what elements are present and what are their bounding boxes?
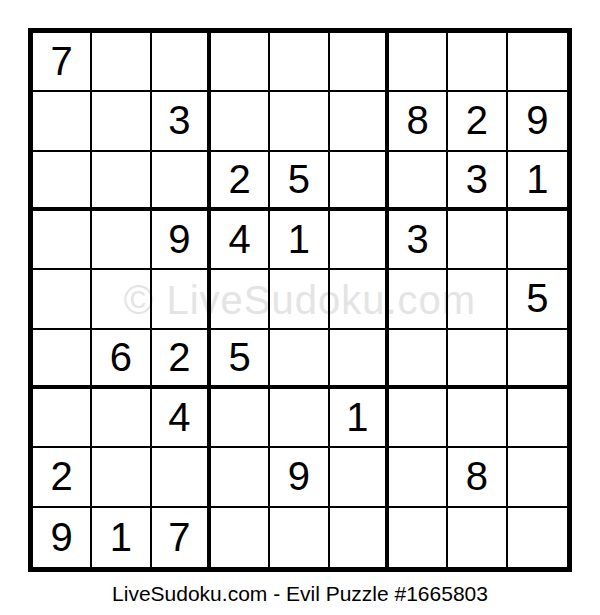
- cell-r8c8[interactable]: 8: [448, 448, 507, 507]
- cell-r5c3[interactable]: [152, 270, 211, 329]
- cell-r9c4[interactable]: [211, 508, 270, 567]
- cell-r6c9[interactable]: [508, 330, 567, 389]
- cell-r3c7[interactable]: [389, 152, 448, 211]
- cell-r7c8[interactable]: [448, 389, 507, 448]
- cell-r6c1[interactable]: [33, 330, 92, 389]
- cell-r5c4[interactable]: [211, 270, 270, 329]
- cell-r1c1[interactable]: 7: [33, 33, 92, 92]
- cell-r7c7[interactable]: [389, 389, 448, 448]
- cell-r1c7[interactable]: [389, 33, 448, 92]
- cell-r5c9[interactable]: 5: [508, 270, 567, 329]
- cell-r4c9[interactable]: [508, 211, 567, 270]
- cell-r8c9[interactable]: [508, 448, 567, 507]
- cell-r8c7[interactable]: [389, 448, 448, 507]
- cell-r3c6[interactable]: [330, 152, 389, 211]
- cell-r2c6[interactable]: [330, 92, 389, 151]
- cell-r5c7[interactable]: [389, 270, 448, 329]
- cell-r1c2[interactable]: [92, 33, 151, 92]
- cell-r9c2[interactable]: 1: [92, 508, 151, 567]
- cell-r6c5[interactable]: [270, 330, 329, 389]
- cell-r7c2[interactable]: [92, 389, 151, 448]
- cell-r2c7[interactable]: 8: [389, 92, 448, 151]
- cell-r3c8[interactable]: 3: [448, 152, 507, 211]
- cell-r8c5[interactable]: 9: [270, 448, 329, 507]
- cell-r7c3[interactable]: 4: [152, 389, 211, 448]
- cell-r6c4[interactable]: 5: [211, 330, 270, 389]
- cell-r3c1[interactable]: [33, 152, 92, 211]
- cell-r4c6[interactable]: [330, 211, 389, 270]
- cell-r5c6[interactable]: [330, 270, 389, 329]
- cell-r8c1[interactable]: 2: [33, 448, 92, 507]
- cell-r7c4[interactable]: [211, 389, 270, 448]
- cell-r7c5[interactable]: [270, 389, 329, 448]
- cell-r6c6[interactable]: [330, 330, 389, 389]
- cell-r1c6[interactable]: [330, 33, 389, 92]
- cell-r2c8[interactable]: 2: [448, 92, 507, 151]
- cell-r1c8[interactable]: [448, 33, 507, 92]
- cell-r9c7[interactable]: [389, 508, 448, 567]
- sudoku-board: © LiveSudoku.com 73829253194135625412989…: [28, 28, 572, 572]
- cell-r5c5[interactable]: [270, 270, 329, 329]
- cell-r2c4[interactable]: [211, 92, 270, 151]
- cell-r7c1[interactable]: [33, 389, 92, 448]
- cell-r9c5[interactable]: [270, 508, 329, 567]
- puzzle-caption: LiveSudoku.com - Evil Puzzle #1665803: [0, 582, 600, 606]
- cell-r5c8[interactable]: [448, 270, 507, 329]
- cell-r1c5[interactable]: [270, 33, 329, 92]
- cell-r8c3[interactable]: [152, 448, 211, 507]
- cell-r1c9[interactable]: [508, 33, 567, 92]
- cell-r2c9[interactable]: 9: [508, 92, 567, 151]
- cell-r4c5[interactable]: 1: [270, 211, 329, 270]
- cell-r4c1[interactable]: [33, 211, 92, 270]
- cell-r6c3[interactable]: 2: [152, 330, 211, 389]
- cell-r3c9[interactable]: 1: [508, 152, 567, 211]
- cell-r8c6[interactable]: [330, 448, 389, 507]
- cell-r2c5[interactable]: [270, 92, 329, 151]
- sudoku-grid: 7382925319413562541298917: [28, 28, 572, 572]
- cell-r6c2[interactable]: 6: [92, 330, 151, 389]
- cell-r3c3[interactable]: [152, 152, 211, 211]
- cell-r3c4[interactable]: 2: [211, 152, 270, 211]
- cell-r1c3[interactable]: [152, 33, 211, 92]
- cell-r4c8[interactable]: [448, 211, 507, 270]
- cell-r7c9[interactable]: [508, 389, 567, 448]
- cell-r9c8[interactable]: [448, 508, 507, 567]
- cell-r5c1[interactable]: [33, 270, 92, 329]
- cell-r8c4[interactable]: [211, 448, 270, 507]
- cell-r1c4[interactable]: [211, 33, 270, 92]
- cell-r4c3[interactable]: 9: [152, 211, 211, 270]
- cell-r9c9[interactable]: [508, 508, 567, 567]
- cell-r2c2[interactable]: [92, 92, 151, 151]
- cell-r3c5[interactable]: 5: [270, 152, 329, 211]
- cell-r4c7[interactable]: 3: [389, 211, 448, 270]
- cell-r9c6[interactable]: [330, 508, 389, 567]
- cell-r3c2[interactable]: [92, 152, 151, 211]
- cell-r2c3[interactable]: 3: [152, 92, 211, 151]
- cell-r9c1[interactable]: 9: [33, 508, 92, 567]
- cell-r6c8[interactable]: [448, 330, 507, 389]
- cell-r7c6[interactable]: 1: [330, 389, 389, 448]
- cell-r9c3[interactable]: 7: [152, 508, 211, 567]
- cell-r4c4[interactable]: 4: [211, 211, 270, 270]
- cell-r6c7[interactable]: [389, 330, 448, 389]
- cell-r2c1[interactable]: [33, 92, 92, 151]
- cell-r4c2[interactable]: [92, 211, 151, 270]
- cell-r5c2[interactable]: [92, 270, 151, 329]
- cell-r8c2[interactable]: [92, 448, 151, 507]
